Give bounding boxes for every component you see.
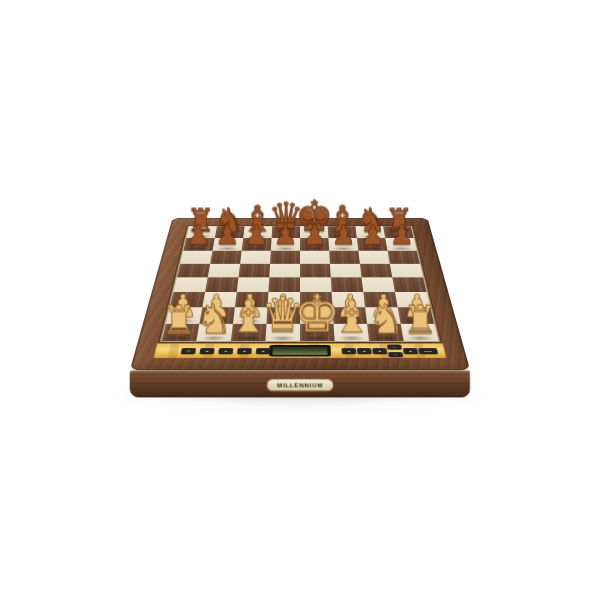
case-front-edge: MILLENNIUM [130, 370, 471, 397]
square-g5[interactable] [360, 264, 392, 278]
panel-button-r4-up[interactable]: ◦ [387, 344, 402, 349]
panel-button-l1[interactable]: ○ [181, 348, 196, 354]
square-d5[interactable] [269, 264, 300, 278]
square-b5[interactable] [208, 264, 240, 278]
lcd-display [269, 345, 331, 357]
panel-button-l4[interactable]: • [237, 348, 252, 354]
panel-button-r4-down[interactable]: ◦ [388, 352, 403, 357]
panel-button-r6[interactable]: — [418, 348, 438, 354]
square-f5[interactable] [330, 264, 362, 278]
square-e5[interactable] [300, 264, 331, 278]
square-a6[interactable] [180, 251, 212, 264]
panel-button-l2[interactable]: • [199, 348, 214, 354]
black-pawn-glyph: ♟ [378, 222, 425, 249]
panel-button-r2[interactable]: • [357, 348, 372, 354]
brand-logo: MILLENNIUM [266, 378, 334, 392]
square-f6[interactable] [329, 251, 360, 264]
chess-computer: ○•••••••◦◦•— ♜♞♝♛♚♝♞♜♟♟♟♟♟♟♟♟♟♟♟♟♟♟♟♟♜♞♝… [173, 218, 428, 354]
panel-button-l3[interactable]: • [218, 348, 233, 354]
square-h6[interactable] [387, 251, 419, 264]
panel-button-r3[interactable]: • [372, 348, 387, 354]
square-a5[interactable] [177, 264, 210, 278]
control-panel: ○•••••••◦◦•— [153, 343, 447, 358]
white-rook-glyph: ♜ [393, 301, 449, 340]
square-c6[interactable] [240, 251, 271, 264]
square-c5[interactable] [238, 264, 270, 278]
panel-button-l5[interactable]: • [256, 348, 271, 354]
panel-button-r5[interactable]: • [403, 348, 418, 354]
square-e6[interactable] [300, 251, 330, 264]
lcd-screen [272, 347, 327, 355]
square-b6[interactable] [210, 251, 241, 264]
square-d6[interactable] [270, 251, 300, 264]
wooden-case-top: ○•••••••◦◦•— ♜♞♝♛♚♝♞♜♟♟♟♟♟♟♟♟♟♟♟♟♟♟♟♟♜♞♝… [130, 218, 471, 370]
square-g6[interactable] [358, 251, 389, 264]
panel-button-r1[interactable]: • [342, 348, 357, 354]
square-h5[interactable] [390, 264, 423, 278]
